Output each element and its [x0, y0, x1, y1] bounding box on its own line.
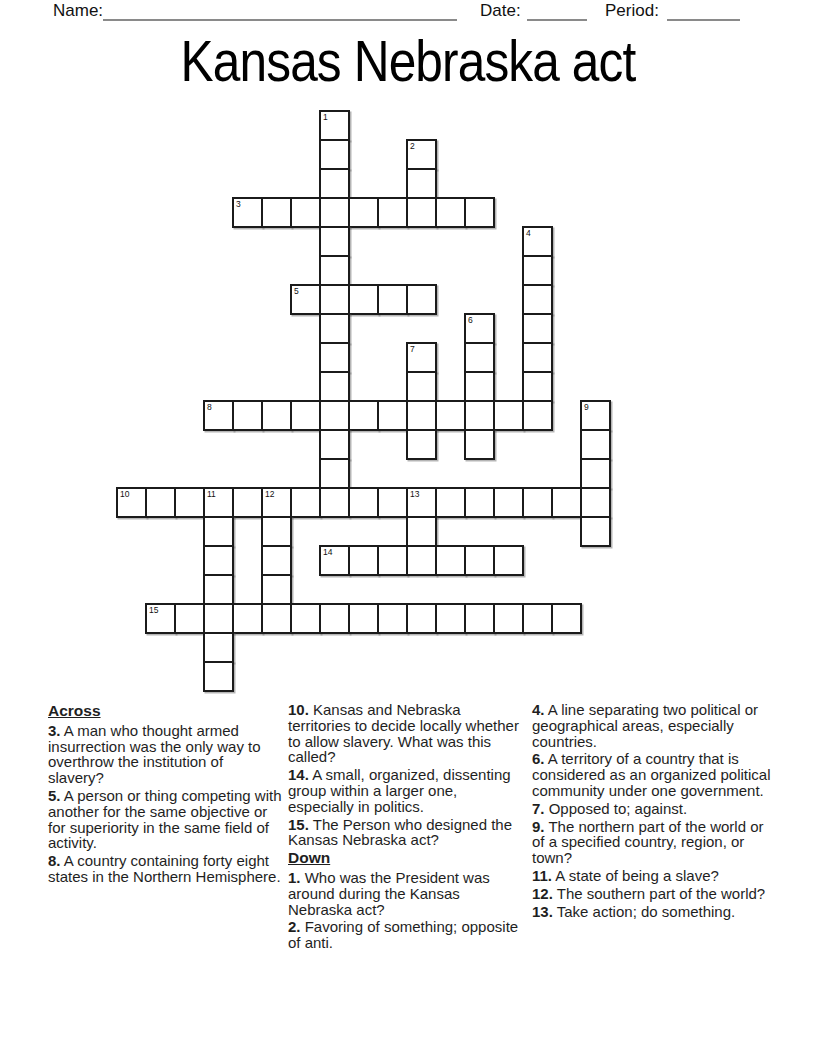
clue-number-12: 12 [265, 489, 274, 499]
grid-cell-10-10[interactable] [406, 400, 437, 431]
grid-cell-17-9[interactable] [377, 603, 408, 634]
grid-cell-12-16[interactable] [580, 458, 611, 489]
grid-cell-15-5[interactable] [261, 545, 292, 576]
grid-cell-16-5[interactable] [261, 574, 292, 605]
grid-cell-4-14[interactable]: 4 [522, 226, 553, 257]
clue-down-4: 4. A line separating two political or ge… [532, 702, 774, 749]
grid-cell-12-7[interactable] [319, 458, 350, 489]
puzzle-title: Kansas Nebraska act [53, 32, 763, 90]
grid-cell-2-10[interactable] [406, 168, 437, 199]
clue-down-6: 6. A territory of a country that is cons… [532, 751, 774, 798]
clue-num-label: 1. [288, 869, 301, 886]
clue-num-label: 8. [48, 852, 61, 869]
grid-cell-9-10[interactable] [406, 371, 437, 402]
clue-number-2: 2 [410, 141, 415, 151]
grid-cell-3-9[interactable] [377, 197, 408, 228]
clue-across-3: 3. A man who thought armed insurrection … [48, 723, 282, 786]
clue-across-10: 10. Kansas and Nebraska territories to d… [288, 702, 521, 765]
grid-cell-8-7[interactable] [319, 342, 350, 373]
clue-number-14: 14 [323, 547, 332, 557]
clue-number-13: 13 [410, 489, 419, 499]
clue-across-15: 15. The Person who designed the Kansas N… [288, 817, 521, 849]
grid-cell-9-12[interactable] [464, 371, 495, 402]
clue-number-11: 11 [207, 489, 216, 499]
grid-cell-15-13[interactable] [493, 545, 524, 576]
grid-cell-10-8[interactable] [348, 400, 379, 431]
worksheet-page: Name: Date: Period: Kansas Nebraska act … [0, 0, 816, 1056]
clue-number-6: 6 [468, 315, 473, 325]
grid-cell-7-7[interactable] [319, 313, 350, 344]
clue-number-10: 10 [120, 489, 129, 499]
clue-number-3: 3 [236, 199, 241, 209]
grid-cell-1-7[interactable] [319, 139, 350, 170]
grid-cell-6-9[interactable] [377, 284, 408, 315]
clue-down-9: 9. The northern part of the world or of … [532, 819, 774, 866]
grid-cell-13-13[interactable] [493, 487, 524, 518]
grid-cell-3-6[interactable] [290, 197, 321, 228]
name-label: Name: [53, 1, 103, 21]
grid-cell-13-10[interactable]: 13 [406, 487, 437, 518]
grid-cell-13-9[interactable] [377, 487, 408, 518]
grid-cell-10-7[interactable] [319, 400, 350, 431]
clue-down-12: 12. The southern part of the world? [532, 886, 774, 902]
grid-cell-5-14[interactable] [522, 255, 553, 286]
grid-cell-13-5[interactable]: 12 [261, 487, 292, 518]
grid-cell-6-7[interactable] [319, 284, 350, 315]
grid-cell-11-12[interactable] [464, 429, 495, 460]
grid-cell-7-12[interactable]: 6 [464, 313, 495, 344]
grid-cell-8-12[interactable] [464, 342, 495, 373]
grid-cell-13-7[interactable] [319, 487, 350, 518]
grid-cell-13-16[interactable] [580, 487, 611, 518]
grid-cell-14-3[interactable] [203, 516, 234, 547]
grid-cell-14-16[interactable] [580, 516, 611, 547]
grid-cell-3-10[interactable] [406, 197, 437, 228]
clue-column-1: Across3. A man who thought armed insurre… [48, 702, 282, 887]
grid-cell-15-9[interactable] [377, 545, 408, 576]
period-blank-line[interactable] [667, 3, 740, 21]
grid-cell-10-9[interactable] [377, 400, 408, 431]
grid-cell-3-11[interactable] [435, 197, 466, 228]
name-blank-line[interactable] [103, 3, 457, 21]
grid-cell-11-7[interactable] [319, 429, 350, 460]
grid-cell-17-7[interactable] [319, 603, 350, 634]
grid-cell-15-8[interactable] [348, 545, 379, 576]
grid-cell-17-10[interactable] [406, 603, 437, 634]
grid-cell-17-11[interactable] [435, 603, 466, 634]
grid-cell-15-3[interactable] [203, 545, 234, 576]
clue-number-4: 4 [526, 228, 531, 238]
clue-num-label: 11. [532, 867, 552, 884]
date-label: Date: [480, 1, 521, 21]
grid-cell-8-14[interactable] [522, 342, 553, 373]
grid-cell-17-3[interactable] [203, 603, 234, 634]
grid-cell-0-7[interactable]: 1 [319, 110, 350, 141]
grid-cell-10-11[interactable] [435, 400, 466, 431]
clue-num-label: 9. [532, 818, 545, 835]
grid-cell-15-11[interactable] [435, 545, 466, 576]
grid-cell-6-8[interactable] [348, 284, 379, 315]
grid-cell-3-4[interactable]: 3 [232, 197, 263, 228]
clue-down-1: 1. Who was the President was around duri… [288, 870, 521, 917]
grid-cell-13-2[interactable] [174, 487, 205, 518]
grid-cell-11-10[interactable] [406, 429, 437, 460]
grid-cell-10-16[interactable]: 9 [580, 400, 611, 431]
clue-num-label: 12. [532, 885, 553, 902]
grid-cell-10-14[interactable] [522, 400, 553, 431]
clue-down-11: 11. A state of being a slave? [532, 868, 774, 884]
clue-num-label: 3. [48, 722, 61, 739]
grid-cell-14-10[interactable] [406, 516, 437, 547]
grid-cell-16-3[interactable] [203, 574, 234, 605]
clue-number-5: 5 [294, 286, 299, 296]
grid-cell-4-7[interactable] [319, 226, 350, 257]
grid-cell-3-8[interactable] [348, 197, 379, 228]
grid-cell-10-5[interactable] [261, 400, 292, 431]
grid-cell-13-12[interactable] [464, 487, 495, 518]
grid-cell-9-14[interactable] [522, 371, 553, 402]
grid-cell-13-15[interactable] [551, 487, 582, 518]
grid-cell-10-13[interactable] [493, 400, 524, 431]
clue-number-1: 1 [323, 112, 328, 122]
grid-cell-6-10[interactable] [406, 284, 437, 315]
grid-cell-17-4[interactable] [232, 603, 263, 634]
grid-cell-15-7[interactable]: 14 [319, 545, 350, 576]
grid-cell-13-3[interactable]: 11 [203, 487, 234, 518]
grid-cell-3-5[interactable] [261, 197, 292, 228]
clue-across-14: 14. A small, organized, dissenting group… [288, 767, 521, 814]
grid-cell-9-7[interactable] [319, 371, 350, 402]
clue-number-8: 8 [207, 402, 212, 412]
grid-cell-10-4[interactable] [232, 400, 263, 431]
clue-down-2: 2. Favoring of something; opposite of an… [288, 919, 521, 951]
grid-cell-3-12[interactable] [464, 197, 495, 228]
clue-num-label: 2. [288, 918, 301, 935]
clue-down-13: 13. Take action; do something. [532, 904, 774, 920]
across-heading: Across [48, 703, 282, 719]
grid-cell-17-15[interactable] [551, 603, 582, 634]
grid-cell-15-10[interactable] [406, 545, 437, 576]
grid-cell-17-1[interactable]: 15 [145, 603, 176, 634]
grid-cell-18-3[interactable] [203, 632, 234, 663]
clue-column-3: 4. A line separating two political or ge… [532, 702, 774, 921]
clue-number-7: 7 [410, 344, 415, 354]
clue-number-15: 15 [149, 605, 158, 615]
grid-cell-10-12[interactable] [464, 400, 495, 431]
grid-cell-5-7[interactable] [319, 255, 350, 286]
clue-num-label: 14. [288, 766, 309, 783]
clue-num-label: 6. [532, 750, 545, 767]
grid-cell-19-3[interactable] [203, 661, 234, 692]
grid-cell-17-6[interactable] [290, 603, 321, 634]
grid-cell-13-8[interactable] [348, 487, 379, 518]
clue-down-7: 7. Opposed to; against. [532, 801, 774, 817]
grid-cell-2-7[interactable] [319, 168, 350, 199]
clue-num-label: 10. [288, 701, 309, 718]
grid-cell-6-14[interactable] [522, 284, 553, 315]
grid-cell-17-12[interactable] [464, 603, 495, 634]
date-blank-line[interactable] [527, 3, 587, 21]
grid-cell-10-6[interactable] [290, 400, 321, 431]
clue-num-label: 13. [532, 903, 553, 920]
grid-cell-7-14[interactable] [522, 313, 553, 344]
grid-cell-6-6[interactable]: 5 [290, 284, 321, 315]
down-heading: Down [288, 850, 521, 866]
clue-num-label: 5. [48, 787, 61, 804]
clue-num-label: 7. [532, 800, 545, 817]
clue-across-5: 5. A person or thing competing with anot… [48, 788, 282, 851]
grid-cell-13-1[interactable] [145, 487, 176, 518]
grid-cell-8-10[interactable]: 7 [406, 342, 437, 373]
grid-cell-13-14[interactable] [522, 487, 553, 518]
grid-cell-17-8[interactable] [348, 603, 379, 634]
grid-cell-13-4[interactable] [232, 487, 263, 518]
clue-across-8: 8. A country containing forty eight stat… [48, 853, 282, 885]
clue-num-label: 15. [288, 816, 309, 833]
grid-cell-17-13[interactable] [493, 603, 524, 634]
grid-cell-13-6[interactable] [290, 487, 321, 518]
clue-number-9: 9 [584, 402, 589, 412]
grid-cell-14-5[interactable] [261, 516, 292, 547]
grid-cell-11-16[interactable] [580, 429, 611, 460]
clue-column-2: 10. Kansas and Nebraska territories to d… [288, 702, 521, 953]
grid-cell-17-2[interactable] [174, 603, 205, 634]
grid-cell-13-0[interactable]: 10 [116, 487, 147, 518]
crossword-grid: 123456789101112131415 [116, 110, 613, 694]
grid-cell-13-11[interactable] [435, 487, 466, 518]
grid-cell-17-14[interactable] [522, 603, 553, 634]
grid-cell-17-5[interactable] [261, 603, 292, 634]
period-label: Period: [605, 1, 659, 21]
grid-cell-15-12[interactable] [464, 545, 495, 576]
grid-cell-10-3[interactable]: 8 [203, 400, 234, 431]
grid-cell-3-7[interactable] [319, 197, 350, 228]
clue-num-label: 4. [532, 701, 545, 718]
grid-cell-1-10[interactable]: 2 [406, 139, 437, 170]
